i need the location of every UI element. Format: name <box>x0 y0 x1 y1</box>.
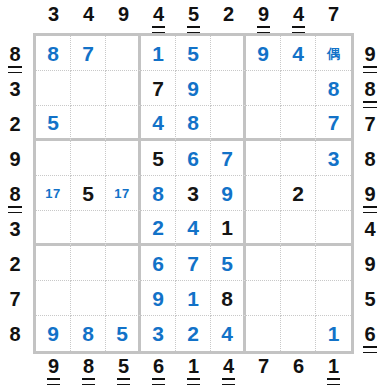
cell-r8c3[interactable] <box>106 281 141 316</box>
solved-digit: 2 <box>152 217 164 238</box>
clue-bottom-4: 6 <box>141 353 176 386</box>
cell-r7c7[interactable] <box>246 246 281 281</box>
clue-top-6: 2 <box>211 0 246 33</box>
clue-digit: 6 <box>293 356 304 376</box>
solved-digit: 2 <box>187 323 199 344</box>
solved-digit: 9 <box>221 183 233 204</box>
clue-digit-underlined: 6 <box>364 324 375 344</box>
cell-r6c6[interactable]: 1 <box>211 211 246 246</box>
cell-r7c6[interactable]: 5 <box>211 246 246 281</box>
clue-digit-underlined: 1 <box>328 356 339 376</box>
cell-r7c9[interactable] <box>316 246 351 281</box>
clue-digit-underlined: 5 <box>188 4 199 24</box>
cell-r7c5[interactable]: 7 <box>176 246 211 281</box>
clue-digit: 7 <box>258 356 269 376</box>
clue-left-3: 2 <box>0 106 30 141</box>
cell-r1c3[interactable] <box>106 36 141 71</box>
cell-r8c2[interactable] <box>71 281 106 316</box>
clue-digit: 2 <box>9 254 20 274</box>
cell-r6c5[interactable]: 4 <box>176 211 211 246</box>
cell-r2c6[interactable] <box>211 71 246 106</box>
solved-digit: 6 <box>187 148 199 169</box>
left-clues: 832983278 <box>0 36 30 351</box>
cell-r7c4[interactable]: 6 <box>141 246 176 281</box>
clue-right-9: 6 <box>355 316 385 351</box>
clue-bottom-3: 5 <box>106 353 141 386</box>
clue-bottom-6: 4 <box>211 353 246 386</box>
cell-r2c5[interactable]: 9 <box>176 71 211 106</box>
pencil-digit: 17 <box>45 187 60 200</box>
cell-r6c7[interactable] <box>246 211 281 246</box>
cell-r4c3[interactable] <box>106 141 141 176</box>
clue-digit-underlined: 9 <box>258 4 269 24</box>
cell-r1c8[interactable]: 4 <box>281 36 316 71</box>
clue-right-8: 5 <box>355 281 385 316</box>
solved-digit: 3 <box>328 148 340 169</box>
top-clues: 349452947 <box>36 0 351 33</box>
solved-digit: 4 <box>152 112 164 133</box>
cell-r2c8[interactable] <box>281 71 316 106</box>
clue-right-6: 4 <box>355 211 385 246</box>
cell-r8c8[interactable] <box>281 281 316 316</box>
clue-top-4: 4 <box>141 0 176 33</box>
cell-r2c7[interactable] <box>246 71 281 106</box>
clue-digit: 5 <box>364 289 375 309</box>
cell-r2c4[interactable]: 7 <box>141 71 176 106</box>
cell-r6c9[interactable] <box>316 211 351 246</box>
cell-r1c9[interactable]: 偶 <box>316 36 351 71</box>
given-digit: 2 <box>292 183 304 204</box>
clue-digit: 9 <box>9 149 20 169</box>
sudoku-board: 871594偶798548756731751783922416759189853… <box>33 33 354 354</box>
clue-left-4: 9 <box>0 141 30 176</box>
solved-digit: 9 <box>257 43 269 64</box>
solved-digit: 9 <box>47 323 59 344</box>
solved-digit: 8 <box>47 43 59 64</box>
clue-digit: 3 <box>9 79 20 99</box>
sudoku-puzzle-frame: 349452947 832983278 987894956 985614761 … <box>0 0 386 386</box>
solved-digit: 4 <box>221 323 233 344</box>
cell-r1c5[interactable]: 5 <box>176 36 211 71</box>
cell-r5c3[interactable]: 17 <box>106 176 141 211</box>
cell-r1c6[interactable] <box>211 36 246 71</box>
solved-digit: 1 <box>328 323 340 344</box>
clue-digit: 7 <box>364 114 375 134</box>
clue-digit-underlined: 5 <box>118 356 129 376</box>
solved-digit: 7 <box>82 43 94 64</box>
clue-left-9: 8 <box>0 316 30 351</box>
clue-right-4: 8 <box>355 141 385 176</box>
solved-digit: 1 <box>187 288 199 309</box>
cell-r9c8[interactable] <box>281 316 316 351</box>
cell-r4c7[interactable] <box>246 141 281 176</box>
bottom-clues: 985614761 <box>36 353 351 386</box>
cell-r8c6[interactable]: 8 <box>211 281 246 316</box>
cell-r4c5[interactable]: 6 <box>176 141 211 176</box>
solved-digit: 6 <box>152 253 164 274</box>
clue-top-9: 7 <box>316 0 351 33</box>
cell-r6c2[interactable] <box>71 211 106 246</box>
clue-digit: 8 <box>9 324 20 344</box>
cell-r3c6[interactable] <box>211 106 246 141</box>
cell-r1c4[interactable]: 1 <box>141 36 176 71</box>
cell-r3c1[interactable]: 5 <box>36 106 71 141</box>
given-digit: 1 <box>221 217 233 238</box>
cell-r7c1[interactable] <box>36 246 71 281</box>
clue-right-3: 7 <box>355 106 385 141</box>
given-digit: 5 <box>152 148 164 169</box>
solved-digit: 5 <box>116 323 128 344</box>
clue-bottom-8: 6 <box>281 353 316 386</box>
cell-r3c4[interactable]: 4 <box>141 106 176 141</box>
clue-digit: 9 <box>364 254 375 274</box>
clue-digit-underlined: 4 <box>223 356 234 376</box>
cell-r9c3[interactable]: 5 <box>106 316 141 351</box>
cell-r6c3[interactable] <box>106 211 141 246</box>
solved-digit: 8 <box>152 183 164 204</box>
cell-r3c3[interactable] <box>106 106 141 141</box>
cell-r9c1[interactable]: 9 <box>36 316 71 351</box>
cell-r4c4[interactable]: 5 <box>141 141 176 176</box>
clue-bottom-2: 8 <box>71 353 106 386</box>
clue-digit: 4 <box>83 4 94 24</box>
pencil-digit: 17 <box>114 187 129 200</box>
clue-digit: 3 <box>48 4 59 24</box>
cell-r9c7[interactable] <box>246 316 281 351</box>
clue-top-1: 3 <box>36 0 71 33</box>
given-digit: 3 <box>187 183 199 204</box>
cell-r8c1[interactable] <box>36 281 71 316</box>
cell-r5c7[interactable] <box>246 176 281 211</box>
clue-digit: 2 <box>9 114 20 134</box>
clue-right-7: 9 <box>355 246 385 281</box>
clue-left-5: 8 <box>0 176 30 211</box>
cell-r3c9[interactable]: 7 <box>316 106 351 141</box>
clue-digit-underlined: 8 <box>9 184 20 204</box>
cell-r2c2[interactable] <box>71 71 106 106</box>
cell-r3c7[interactable] <box>246 106 281 141</box>
cell-r4c6[interactable]: 7 <box>211 141 246 176</box>
clue-digit-underlined: 8 <box>83 356 94 376</box>
cell-r5c1[interactable]: 17 <box>36 176 71 211</box>
cell-r2c1[interactable] <box>36 71 71 106</box>
cell-r9c9[interactable]: 1 <box>316 316 351 351</box>
given-digit: 5 <box>82 183 94 204</box>
clue-digit-underlined: 4 <box>293 4 304 24</box>
cell-r9c2[interactable]: 8 <box>71 316 106 351</box>
cell-r9c5[interactable]: 2 <box>176 316 211 351</box>
cell-r8c5[interactable]: 1 <box>176 281 211 316</box>
clue-digit: 7 <box>9 289 20 309</box>
clue-digit-underlined: 6 <box>153 356 164 376</box>
clue-bottom-7: 7 <box>246 353 281 386</box>
cell-r6c1[interactable] <box>36 211 71 246</box>
cell-r3c5[interactable]: 8 <box>176 106 211 141</box>
solved-digit: 7 <box>328 112 340 133</box>
cell-r3c2[interactable] <box>71 106 106 141</box>
solved-digit: 4 <box>292 43 304 64</box>
cell-r4c9[interactable]: 3 <box>316 141 351 176</box>
solved-digit: 7 <box>187 253 199 274</box>
solved-digit: 1 <box>152 43 164 64</box>
cell-r7c3[interactable] <box>106 246 141 281</box>
clue-top-3: 9 <box>106 0 141 33</box>
cell-r6c8[interactable] <box>281 211 316 246</box>
clue-digit-underlined: 9 <box>48 356 59 376</box>
solved-digit: 5 <box>47 112 59 133</box>
clue-digit: 3 <box>9 219 20 239</box>
clue-left-7: 2 <box>0 246 30 281</box>
clue-right-2: 8 <box>355 71 385 106</box>
clue-digit-underlined: 9 <box>364 44 375 64</box>
clue-top-5: 5 <box>176 0 211 33</box>
clue-right-5: 9 <box>355 176 385 211</box>
cell-r5c8[interactable]: 2 <box>281 176 316 211</box>
given-digit: 7 <box>152 78 164 99</box>
cell-r1c2[interactable]: 7 <box>71 36 106 71</box>
cell-r7c2[interactable] <box>71 246 106 281</box>
clue-left-1: 8 <box>0 36 30 71</box>
cell-r9c4[interactable]: 3 <box>141 316 176 351</box>
clue-left-2: 3 <box>0 71 30 106</box>
cell-r5c2[interactable]: 5 <box>71 176 106 211</box>
cell-r9c6[interactable]: 4 <box>211 316 246 351</box>
cell-r4c8[interactable] <box>281 141 316 176</box>
clue-digit: 8 <box>364 149 375 169</box>
clue-digit-underlined: 8 <box>9 44 20 64</box>
solved-digit: 5 <box>221 253 233 274</box>
cell-r4c1[interactable] <box>36 141 71 176</box>
clue-left-8: 7 <box>0 281 30 316</box>
clue-digit: 2 <box>223 4 234 24</box>
clue-left-6: 3 <box>0 211 30 246</box>
cell-r5c9[interactable] <box>316 176 351 211</box>
clue-top-7: 9 <box>246 0 281 33</box>
cell-r3c8[interactable] <box>281 106 316 141</box>
solved-digit: 7 <box>221 148 233 169</box>
solved-digit: 8 <box>82 323 94 344</box>
cell-r5c6[interactable]: 9 <box>211 176 246 211</box>
right-clues: 987894956 <box>355 36 385 351</box>
cell-r8c9[interactable] <box>316 281 351 316</box>
clue-top-2: 4 <box>71 0 106 33</box>
cell-r8c4[interactable]: 9 <box>141 281 176 316</box>
solved-digit: 4 <box>187 217 199 238</box>
given-digit: 8 <box>221 288 233 309</box>
clue-top-8: 4 <box>281 0 316 33</box>
clue-digit: 7 <box>328 4 339 24</box>
clue-digit-underlined: 9 <box>364 184 375 204</box>
clue-bottom-5: 1 <box>176 353 211 386</box>
cell-r2c3[interactable] <box>106 71 141 106</box>
cell-r5c5[interactable]: 3 <box>176 176 211 211</box>
solved-digit: 3 <box>152 323 164 344</box>
clue-bottom-9: 1 <box>316 353 351 386</box>
solved-digit: 9 <box>152 288 164 309</box>
clue-digit: 4 <box>364 219 375 239</box>
cell-r6c4[interactable]: 2 <box>141 211 176 246</box>
cell-r8c7[interactable] <box>246 281 281 316</box>
clue-right-1: 9 <box>355 36 385 71</box>
cell-r2c9[interactable]: 8 <box>316 71 351 106</box>
even-marker: 偶 <box>327 47 340 60</box>
cell-r1c7[interactable]: 9 <box>246 36 281 71</box>
cell-r1c1[interactable]: 8 <box>36 36 71 71</box>
clue-digit-underlined: 8 <box>364 79 375 99</box>
solved-digit: 9 <box>187 78 199 99</box>
clue-digit-underlined: 4 <box>153 4 164 24</box>
clue-digit: 9 <box>118 4 129 24</box>
cell-r5c4[interactable]: 8 <box>141 176 176 211</box>
clue-bottom-1: 9 <box>36 353 71 386</box>
solved-digit: 8 <box>187 112 199 133</box>
solved-digit: 8 <box>328 78 340 99</box>
solved-digit: 5 <box>187 43 199 64</box>
clue-digit-underlined: 1 <box>188 356 199 376</box>
cell-r7c8[interactable] <box>281 246 316 281</box>
cell-r4c2[interactable] <box>71 141 106 176</box>
